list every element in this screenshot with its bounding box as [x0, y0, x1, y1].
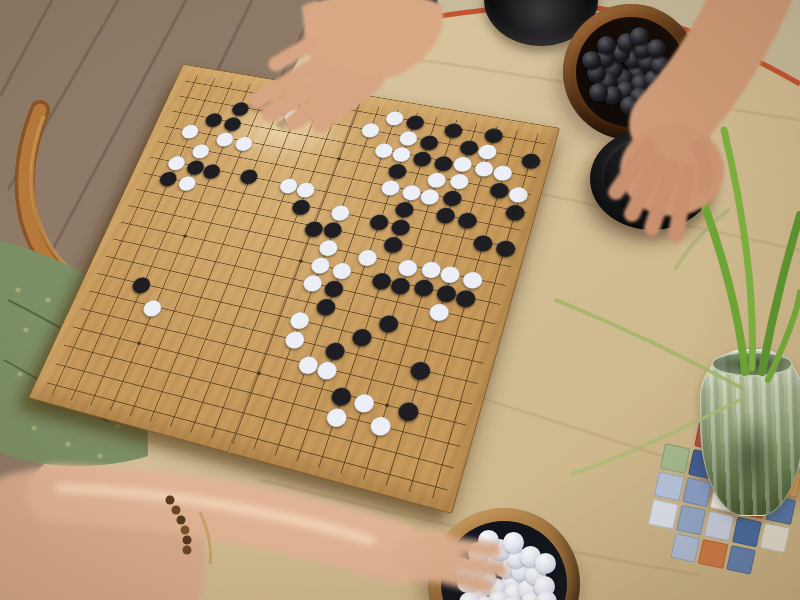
- white-bowl-stones: [441, 521, 567, 600]
- black-stone: ●: [289, 195, 315, 216]
- coaster-square: [682, 477, 712, 507]
- black-stone: ●: [237, 165, 262, 185]
- lid-inner-plate: [602, 136, 702, 216]
- black-stone: ●: [253, 87, 277, 105]
- go-board: ●●●●●●●●●●●●●●●●●●●●●●●●●●●●●●●●●●●●●●●●…: [28, 64, 560, 514]
- black-stone: ●: [519, 149, 545, 170]
- coaster-square: [676, 505, 706, 535]
- coaster-square: [698, 539, 728, 569]
- bowl-black-stone: [582, 51, 601, 70]
- white-stone-bowl: [428, 508, 580, 600]
- bracelet-string: [200, 512, 211, 564]
- coaster-square: [670, 533, 700, 563]
- plant-stems: [723, 415, 780, 501]
- bowl-black-stone: [647, 39, 666, 58]
- black-stone: ●: [313, 294, 340, 317]
- black-stone: ●: [493, 235, 520, 258]
- near-player-leg: [0, 466, 206, 600]
- white-stone: ●: [178, 121, 203, 140]
- coaster-square: [704, 511, 734, 541]
- white-stone: ●: [426, 299, 454, 323]
- white-stone: ●: [367, 411, 396, 438]
- coaster-square: [654, 471, 684, 501]
- black-stone: ●: [349, 323, 377, 347]
- bowl-white-stone: [535, 553, 556, 574]
- board-grid: ●●●●●●●●●●●●●●●●●●●●●●●●●●●●●●●●●●●●●●●●…: [42, 73, 548, 500]
- white-stone: ●: [323, 402, 352, 428]
- black-stone: ●: [407, 356, 435, 381]
- bowl-black-stone: [660, 67, 679, 86]
- opponent-torso: [318, 0, 439, 46]
- black-bowl-stones: [576, 17, 686, 127]
- coaster-square: [732, 517, 762, 547]
- black-stone: ●: [395, 397, 424, 423]
- black-stone: ●: [453, 285, 480, 309]
- white-stone: ●: [359, 119, 384, 138]
- bracelet: [166, 496, 211, 565]
- coaster-square: [726, 545, 756, 575]
- black-stone: ●: [376, 310, 404, 334]
- bowl-lid-empty: [590, 128, 714, 230]
- bowl-black-stone: [620, 96, 639, 115]
- black-stone: ●: [381, 232, 408, 254]
- white-stone: ●: [355, 245, 382, 267]
- black-stone: ●: [455, 208, 481, 230]
- plant-vase: [700, 348, 800, 516]
- bowl-black-stone: [630, 27, 649, 46]
- coaster-square: [648, 499, 678, 529]
- white-stone: ●: [282, 326, 310, 350]
- thumb: [276, 44, 310, 64]
- bowl-white-stone: [503, 532, 524, 553]
- scene-photo: ●●●●●●●●●●●●●●●●●●●●●●●●●●●●●●●●●●●●●●●●…: [0, 0, 800, 600]
- bowl-black-stone: [642, 95, 661, 114]
- black-stone-bowl: [563, 4, 699, 140]
- black-stone: ●: [129, 272, 156, 294]
- white-stone: ●: [281, 106, 306, 125]
- coaster-square: [760, 523, 790, 553]
- vase-mouth: [711, 351, 793, 377]
- bowl-white-stone: [478, 530, 499, 551]
- white-stone: ●: [140, 295, 167, 318]
- black-stone: ●: [503, 200, 529, 222]
- coaster-square: [660, 443, 690, 473]
